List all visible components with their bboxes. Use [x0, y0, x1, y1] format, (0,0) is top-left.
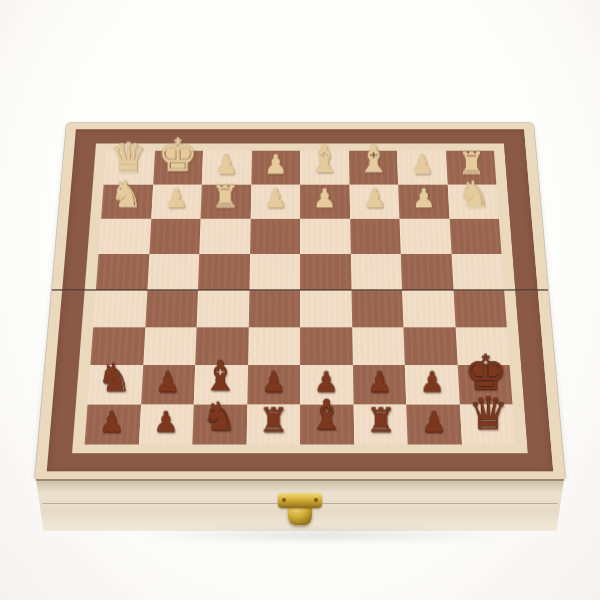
square-a7[interactable]: ♞ — [101, 184, 153, 218]
square-f5[interactable] — [350, 254, 402, 290]
black-pawn[interactable]: ♟ — [421, 408, 447, 437]
black-rook[interactable]: ♜ — [258, 403, 288, 437]
white-knight[interactable]: ♞ — [457, 175, 490, 211]
square-f3[interactable] — [352, 327, 405, 365]
black-queen[interactable]: ♛ — [468, 391, 509, 436]
square-e7[interactable]: ♟ — [300, 184, 350, 218]
square-g4[interactable] — [402, 290, 455, 327]
white-knight[interactable]: ♞ — [110, 175, 143, 211]
square-g3[interactable] — [403, 327, 457, 365]
square-g7[interactable]: ♟ — [398, 184, 449, 218]
square-d8[interactable]: ♟ — [251, 151, 300, 184]
square-e4[interactable] — [300, 290, 352, 327]
square-f1[interactable]: ♜ — [353, 404, 408, 444]
white-bishop[interactable]: ♝ — [357, 140, 391, 178]
squares-grid: ♛♚♟♟♝♝♟♜♞♟♜♟♟♟♟♞♞♟♝♟♟♟♟♚♟♟♞♜♝♜♟♛ — [85, 151, 516, 445]
white-pawn[interactable]: ♟ — [263, 185, 287, 211]
square-d5[interactable] — [249, 254, 300, 290]
square-f8[interactable]: ♝ — [348, 151, 398, 184]
square-a2[interactable]: ♞ — [88, 365, 143, 404]
square-d1[interactable]: ♜ — [246, 404, 300, 444]
black-pawn[interactable]: ♟ — [155, 368, 180, 396]
black-rook[interactable]: ♜ — [366, 403, 396, 437]
square-g2[interactable]: ♟ — [405, 365, 460, 404]
white-pawn[interactable]: ♟ — [363, 185, 387, 211]
square-d4[interactable] — [248, 290, 300, 327]
white-king[interactable]: ♚ — [157, 133, 197, 178]
square-g5[interactable] — [401, 254, 453, 290]
square-a4[interactable] — [93, 290, 147, 327]
square-b8[interactable]: ♚ — [153, 151, 203, 184]
white-pawn[interactable]: ♟ — [164, 185, 188, 211]
black-bishop[interactable]: ♝ — [308, 395, 345, 436]
white-rook[interactable]: ♜ — [212, 181, 240, 212]
square-c4[interactable] — [197, 290, 249, 327]
square-e3[interactable] — [300, 327, 352, 365]
black-knight[interactable]: ♞ — [97, 357, 132, 396]
square-e5[interactable] — [300, 254, 351, 290]
white-pawn[interactable]: ♟ — [411, 151, 434, 177]
square-b1[interactable]: ♟ — [138, 404, 193, 444]
square-f4[interactable] — [351, 290, 403, 327]
square-h5[interactable] — [451, 254, 504, 290]
square-g8[interactable]: ♟ — [397, 151, 447, 184]
square-h4[interactable] — [453, 290, 507, 327]
white-pawn[interactable]: ♟ — [215, 151, 238, 177]
square-a1[interactable]: ♟ — [85, 404, 141, 444]
square-d2[interactable]: ♟ — [247, 365, 300, 404]
black-knight[interactable]: ♞ — [202, 397, 237, 436]
black-pawn[interactable]: ♟ — [261, 368, 286, 396]
black-pawn[interactable]: ♟ — [367, 368, 392, 396]
black-pawn[interactable]: ♟ — [99, 408, 125, 437]
square-b7[interactable]: ♟ — [151, 184, 202, 218]
square-g1[interactable]: ♟ — [406, 404, 461, 444]
chess-board: ♛♚♟♟♝♝♟♜♞♟♜♟♟♟♟♞♞♟♝♟♟♟♟♚♟♟♞♜♝♜♟♛ — [35, 123, 565, 480]
square-c1[interactable]: ♞ — [192, 404, 247, 444]
fold-seam — [52, 289, 548, 290]
white-bishop[interactable]: ♝ — [308, 140, 342, 178]
square-b2[interactable]: ♟ — [141, 365, 196, 404]
square-b3[interactable] — [143, 327, 197, 365]
brass-clasp-icon — [276, 491, 324, 529]
square-e8[interactable]: ♝ — [300, 151, 349, 184]
white-pawn[interactable]: ♟ — [264, 151, 287, 177]
case-shadow — [130, 527, 510, 543]
square-f7[interactable]: ♟ — [349, 184, 399, 218]
square-h1[interactable]: ♛ — [459, 404, 515, 444]
white-pawn[interactable]: ♟ — [412, 185, 436, 211]
square-h7[interactable]: ♞ — [447, 184, 499, 218]
black-bishop[interactable]: ♝ — [202, 355, 239, 396]
square-a5[interactable] — [96, 254, 149, 290]
clasp-plate — [278, 493, 322, 508]
square-c7[interactable]: ♜ — [201, 184, 251, 218]
square-e1[interactable]: ♝ — [300, 404, 354, 444]
square-f2[interactable]: ♟ — [352, 365, 406, 404]
square-b4[interactable] — [145, 290, 198, 327]
square-d7[interactable]: ♟ — [250, 184, 300, 218]
white-pawn[interactable]: ♟ — [313, 185, 337, 211]
square-b5[interactable] — [147, 254, 199, 290]
square-d3[interactable] — [248, 327, 300, 365]
white-queen[interactable]: ♛ — [110, 136, 147, 177]
product-photo-stage: ♛♚♟♟♝♝♟♜♞♟♜♟♟♟♟♞♞♟♝♟♟♟♟♚♟♟♞♜♝♜♟♛ — [0, 0, 600, 600]
square-c5[interactable] — [198, 254, 250, 290]
black-pawn[interactable]: ♟ — [153, 408, 179, 437]
black-pawn[interactable]: ♟ — [420, 368, 445, 396]
